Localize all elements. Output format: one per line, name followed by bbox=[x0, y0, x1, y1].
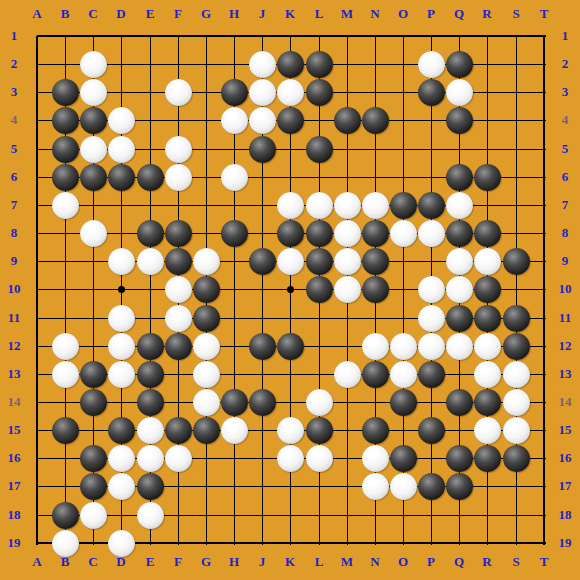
black-stone bbox=[306, 248, 333, 275]
grid-line-horizontal bbox=[37, 35, 546, 37]
row-label-right: 9 bbox=[554, 253, 576, 269]
row-label-right: 5 bbox=[554, 141, 576, 157]
white-stone bbox=[474, 361, 501, 388]
white-stone bbox=[306, 192, 333, 219]
white-stone bbox=[165, 445, 192, 472]
col-label-bottom: J bbox=[251, 554, 273, 570]
white-stone bbox=[108, 445, 135, 472]
black-stone bbox=[277, 107, 304, 134]
black-stone bbox=[80, 164, 107, 191]
black-stone bbox=[306, 220, 333, 247]
black-stone bbox=[249, 389, 276, 416]
black-stone bbox=[277, 333, 304, 360]
row-label-right: 17 bbox=[554, 478, 576, 494]
black-stone bbox=[193, 305, 220, 332]
white-stone bbox=[306, 389, 333, 416]
black-stone bbox=[362, 107, 389, 134]
black-stone bbox=[277, 51, 304, 78]
white-stone bbox=[334, 276, 361, 303]
black-stone bbox=[306, 417, 333, 444]
white-stone bbox=[390, 361, 417, 388]
white-stone bbox=[52, 333, 79, 360]
white-stone bbox=[165, 164, 192, 191]
col-label-top: A bbox=[26, 6, 48, 22]
black-stone bbox=[277, 220, 304, 247]
col-label-bottom: D bbox=[110, 554, 132, 570]
white-stone bbox=[52, 192, 79, 219]
col-label-bottom: Q bbox=[448, 554, 470, 570]
white-stone bbox=[362, 333, 389, 360]
white-stone bbox=[80, 502, 107, 529]
white-stone bbox=[390, 473, 417, 500]
row-label-right: 12 bbox=[554, 338, 576, 354]
white-stone bbox=[446, 333, 473, 360]
white-stone bbox=[277, 248, 304, 275]
white-stone bbox=[277, 192, 304, 219]
col-label-top: K bbox=[279, 6, 301, 22]
black-stone bbox=[503, 445, 530, 472]
row-label-right: 10 bbox=[554, 281, 576, 297]
black-stone bbox=[80, 473, 107, 500]
row-label-right: 1 bbox=[554, 28, 576, 44]
black-stone bbox=[418, 361, 445, 388]
white-stone bbox=[137, 502, 164, 529]
black-stone bbox=[52, 107, 79, 134]
white-stone bbox=[418, 333, 445, 360]
row-label-right: 7 bbox=[554, 197, 576, 213]
white-stone bbox=[193, 248, 220, 275]
star-point bbox=[118, 286, 125, 293]
white-stone bbox=[165, 136, 192, 163]
black-stone bbox=[418, 192, 445, 219]
black-stone bbox=[165, 248, 192, 275]
col-label-top: R bbox=[476, 6, 498, 22]
black-stone bbox=[221, 79, 248, 106]
col-label-bottom: A bbox=[26, 554, 48, 570]
white-stone bbox=[221, 417, 248, 444]
row-label-right: 14 bbox=[554, 394, 576, 410]
black-stone bbox=[108, 417, 135, 444]
black-stone bbox=[306, 79, 333, 106]
black-stone bbox=[474, 389, 501, 416]
white-stone bbox=[80, 220, 107, 247]
row-label-left: 1 bbox=[3, 28, 25, 44]
col-label-top: T bbox=[533, 6, 555, 22]
col-label-top: S bbox=[505, 6, 527, 22]
black-stone bbox=[474, 445, 501, 472]
row-label-left: 14 bbox=[3, 394, 25, 410]
black-stone bbox=[474, 305, 501, 332]
grid-line-vertical bbox=[36, 36, 38, 545]
black-stone bbox=[249, 248, 276, 275]
black-stone bbox=[306, 136, 333, 163]
white-stone bbox=[277, 417, 304, 444]
black-stone bbox=[446, 473, 473, 500]
col-label-bottom: L bbox=[308, 554, 330, 570]
white-stone bbox=[334, 220, 361, 247]
row-label-left: 16 bbox=[3, 450, 25, 466]
white-stone bbox=[474, 417, 501, 444]
white-stone bbox=[474, 248, 501, 275]
white-stone bbox=[334, 192, 361, 219]
black-stone bbox=[108, 164, 135, 191]
black-stone bbox=[446, 445, 473, 472]
col-label-bottom: G bbox=[195, 554, 217, 570]
black-stone bbox=[193, 276, 220, 303]
row-label-right: 19 bbox=[554, 535, 576, 551]
row-label-left: 6 bbox=[3, 169, 25, 185]
row-label-left: 5 bbox=[3, 141, 25, 157]
row-label-left: 12 bbox=[3, 338, 25, 354]
black-stone bbox=[52, 417, 79, 444]
black-stone bbox=[137, 473, 164, 500]
col-label-bottom: M bbox=[336, 554, 358, 570]
white-stone bbox=[108, 530, 135, 557]
black-stone bbox=[446, 51, 473, 78]
black-stone bbox=[165, 333, 192, 360]
col-label-bottom: K bbox=[279, 554, 301, 570]
col-label-bottom: F bbox=[167, 554, 189, 570]
black-stone bbox=[362, 276, 389, 303]
black-stone bbox=[362, 220, 389, 247]
row-label-left: 10 bbox=[3, 281, 25, 297]
white-stone bbox=[306, 445, 333, 472]
white-stone bbox=[108, 473, 135, 500]
white-stone bbox=[165, 79, 192, 106]
go-board-app: AABBCCDDEEFFGGHHJJKKLLMMNNOOPPQQRRSSTT11… bbox=[0, 0, 580, 580]
black-stone bbox=[52, 502, 79, 529]
row-label-right: 3 bbox=[554, 84, 576, 100]
black-stone bbox=[221, 220, 248, 247]
row-label-left: 13 bbox=[3, 366, 25, 382]
white-stone bbox=[221, 164, 248, 191]
white-stone bbox=[249, 79, 276, 106]
col-label-top: M bbox=[336, 6, 358, 22]
black-stone bbox=[362, 248, 389, 275]
white-stone bbox=[277, 79, 304, 106]
white-stone bbox=[165, 305, 192, 332]
black-stone bbox=[193, 417, 220, 444]
white-stone bbox=[52, 361, 79, 388]
black-stone bbox=[334, 107, 361, 134]
black-stone bbox=[446, 305, 473, 332]
row-label-left: 4 bbox=[3, 112, 25, 128]
black-stone bbox=[390, 389, 417, 416]
black-stone bbox=[446, 107, 473, 134]
row-label-left: 2 bbox=[3, 56, 25, 72]
black-stone bbox=[221, 389, 248, 416]
black-stone bbox=[474, 220, 501, 247]
black-stone bbox=[165, 417, 192, 444]
white-stone bbox=[137, 417, 164, 444]
white-stone bbox=[503, 389, 530, 416]
row-label-left: 3 bbox=[3, 84, 25, 100]
col-label-bottom: O bbox=[392, 554, 414, 570]
white-stone bbox=[503, 361, 530, 388]
col-label-top: J bbox=[251, 6, 273, 22]
black-stone bbox=[446, 389, 473, 416]
white-stone bbox=[362, 192, 389, 219]
black-stone bbox=[249, 136, 276, 163]
black-stone bbox=[137, 164, 164, 191]
white-stone bbox=[137, 248, 164, 275]
col-label-top: P bbox=[420, 6, 442, 22]
col-label-top: G bbox=[195, 6, 217, 22]
white-stone bbox=[193, 389, 220, 416]
white-stone bbox=[108, 136, 135, 163]
white-stone bbox=[80, 51, 107, 78]
black-stone bbox=[80, 361, 107, 388]
black-stone bbox=[52, 79, 79, 106]
white-stone bbox=[193, 333, 220, 360]
white-stone bbox=[249, 51, 276, 78]
black-stone bbox=[165, 220, 192, 247]
row-label-right: 6 bbox=[554, 169, 576, 185]
white-stone bbox=[390, 333, 417, 360]
black-stone bbox=[80, 107, 107, 134]
white-stone bbox=[249, 107, 276, 134]
row-label-right: 15 bbox=[554, 422, 576, 438]
row-label-right: 8 bbox=[554, 225, 576, 241]
black-stone bbox=[80, 445, 107, 472]
black-stone bbox=[306, 276, 333, 303]
col-label-top: F bbox=[167, 6, 189, 22]
white-stone bbox=[334, 248, 361, 275]
white-stone bbox=[418, 220, 445, 247]
row-label-right: 18 bbox=[554, 507, 576, 523]
black-stone bbox=[137, 361, 164, 388]
black-stone bbox=[80, 389, 107, 416]
row-label-left: 19 bbox=[3, 535, 25, 551]
col-label-top: O bbox=[392, 6, 414, 22]
white-stone bbox=[334, 361, 361, 388]
col-label-bottom: R bbox=[476, 554, 498, 570]
grid-line-horizontal bbox=[37, 515, 546, 516]
white-stone bbox=[390, 220, 417, 247]
white-stone bbox=[362, 473, 389, 500]
col-label-bottom: T bbox=[533, 554, 555, 570]
black-stone bbox=[390, 445, 417, 472]
col-label-top: D bbox=[110, 6, 132, 22]
black-stone bbox=[137, 333, 164, 360]
white-stone bbox=[165, 276, 192, 303]
col-label-bottom: N bbox=[364, 554, 386, 570]
white-stone bbox=[474, 333, 501, 360]
col-label-bottom: C bbox=[82, 554, 104, 570]
black-stone bbox=[418, 79, 445, 106]
white-stone bbox=[221, 107, 248, 134]
black-stone bbox=[503, 248, 530, 275]
black-stone bbox=[390, 192, 417, 219]
white-stone bbox=[80, 136, 107, 163]
black-stone bbox=[52, 164, 79, 191]
row-label-right: 13 bbox=[554, 366, 576, 382]
white-stone bbox=[277, 445, 304, 472]
col-label-bottom: H bbox=[223, 554, 245, 570]
col-label-top: C bbox=[82, 6, 104, 22]
black-stone bbox=[249, 333, 276, 360]
white-stone bbox=[418, 305, 445, 332]
black-stone bbox=[446, 220, 473, 247]
white-stone bbox=[80, 79, 107, 106]
white-stone bbox=[52, 530, 79, 557]
black-stone bbox=[474, 164, 501, 191]
white-stone bbox=[446, 192, 473, 219]
row-label-left: 11 bbox=[3, 310, 25, 326]
white-stone bbox=[108, 361, 135, 388]
white-stone bbox=[503, 417, 530, 444]
col-label-bottom: E bbox=[139, 554, 161, 570]
row-label-left: 15 bbox=[3, 422, 25, 438]
col-label-top: L bbox=[308, 6, 330, 22]
col-label-bottom: B bbox=[54, 554, 76, 570]
black-stone bbox=[503, 305, 530, 332]
row-label-right: 2 bbox=[554, 56, 576, 72]
row-label-left: 9 bbox=[3, 253, 25, 269]
white-stone bbox=[446, 79, 473, 106]
white-stone bbox=[108, 333, 135, 360]
white-stone bbox=[446, 248, 473, 275]
white-stone bbox=[418, 276, 445, 303]
white-stone bbox=[418, 51, 445, 78]
col-label-top: Q bbox=[448, 6, 470, 22]
row-label-left: 17 bbox=[3, 478, 25, 494]
col-label-top: B bbox=[54, 6, 76, 22]
black-stone bbox=[503, 333, 530, 360]
col-label-top: N bbox=[364, 6, 386, 22]
col-label-bottom: P bbox=[420, 554, 442, 570]
grid-line-vertical bbox=[543, 36, 545, 545]
row-label-right: 16 bbox=[554, 450, 576, 466]
row-label-left: 18 bbox=[3, 507, 25, 523]
black-stone bbox=[474, 276, 501, 303]
white-stone bbox=[193, 361, 220, 388]
black-stone bbox=[446, 164, 473, 191]
black-stone bbox=[137, 220, 164, 247]
row-label-left: 7 bbox=[3, 197, 25, 213]
black-stone bbox=[362, 361, 389, 388]
black-stone bbox=[418, 473, 445, 500]
col-label-bottom: S bbox=[505, 554, 527, 570]
black-stone bbox=[52, 136, 79, 163]
col-label-top: H bbox=[223, 6, 245, 22]
col-label-top: E bbox=[139, 6, 161, 22]
white-stone bbox=[108, 305, 135, 332]
star-point bbox=[287, 286, 294, 293]
white-stone bbox=[446, 276, 473, 303]
black-stone bbox=[418, 417, 445, 444]
black-stone bbox=[306, 51, 333, 78]
black-stone bbox=[362, 417, 389, 444]
row-label-left: 8 bbox=[3, 225, 25, 241]
white-stone bbox=[362, 445, 389, 472]
black-stone bbox=[137, 389, 164, 416]
white-stone bbox=[108, 107, 135, 134]
row-label-right: 11 bbox=[554, 310, 576, 326]
white-stone bbox=[137, 445, 164, 472]
row-label-right: 4 bbox=[554, 112, 576, 128]
white-stone bbox=[108, 248, 135, 275]
